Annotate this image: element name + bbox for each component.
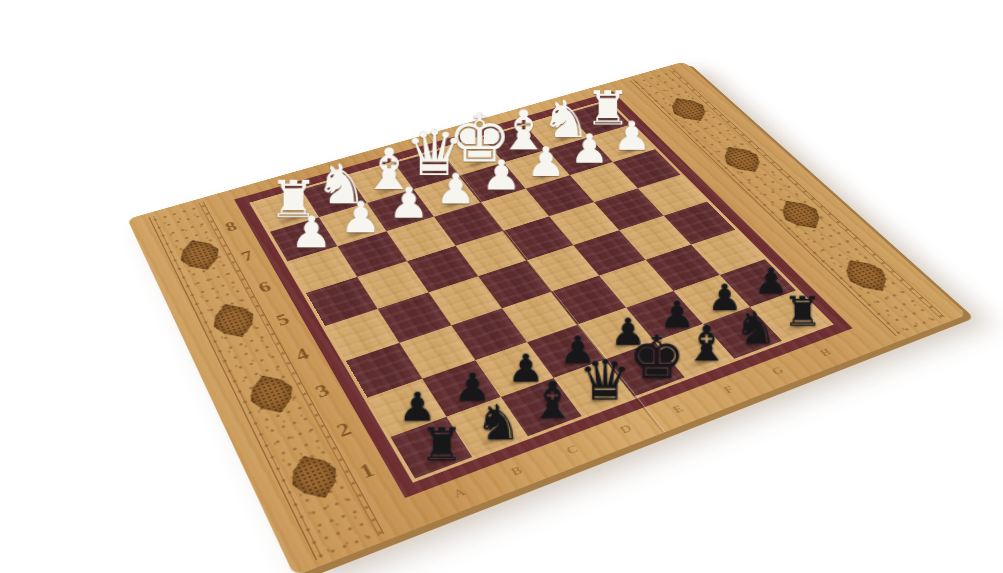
- band-medallion: [282, 448, 347, 506]
- band-medallion: [206, 298, 262, 343]
- piece-white-pawn[interactable]: ♟: [481, 157, 521, 195]
- piece-white-pawn[interactable]: ♟: [388, 185, 430, 224]
- piece-black-queen[interactable]: ♛: [578, 354, 632, 405]
- chess-board-3d: 87654321 ABCDEFGH ♜♞♝♛♚♝♞♜♟♟♟♟♟♟♟♟♟♟♟♟♟♟…: [127, 62, 967, 573]
- band-medallion: [242, 369, 302, 420]
- piece-black-knight[interactable]: ♞: [733, 307, 777, 349]
- band-medallion: [714, 142, 770, 176]
- piece-white-pawn[interactable]: ♟: [526, 144, 566, 182]
- band-medallion: [834, 255, 898, 297]
- square-a4[interactable]: [325, 309, 399, 361]
- band-medallion: [662, 94, 715, 125]
- wooden-board-panel: 87654321 ABCDEFGH ♜♞♝♛♚♝♞♜♟♟♟♟♟♟♟♟♟♟♟♟♟♟…: [127, 62, 967, 573]
- band-medallion: [174, 235, 227, 276]
- piece-black-rook[interactable]: ♜: [782, 293, 822, 331]
- piece-black-rook[interactable]: ♜: [420, 424, 464, 466]
- piece-white-pawn[interactable]: ♟: [435, 171, 476, 210]
- photo-stage: 87654321 ABCDEFGH ♜♞♝♛♚♝♞♜♟♟♟♟♟♟♟♟♟♟♟♟♟♟…: [0, 0, 1003, 573]
- piece-white-pawn[interactable]: ♟: [290, 213, 333, 253]
- piece-black-bishop[interactable]: ♝: [528, 379, 577, 426]
- piece-white-pawn[interactable]: ♟: [612, 119, 651, 156]
- band-medallion: [771, 196, 831, 234]
- piece-black-knight[interactable]: ♞: [474, 401, 521, 446]
- piece-white-pawn[interactable]: ♟: [570, 131, 609, 168]
- piece-black-king[interactable]: ♚: [628, 332, 686, 387]
- piece-black-bishop[interactable]: ♝: [683, 323, 730, 367]
- piece-white-pawn[interactable]: ♟: [339, 199, 381, 239]
- piece-anchor: ♜: [396, 426, 471, 477]
